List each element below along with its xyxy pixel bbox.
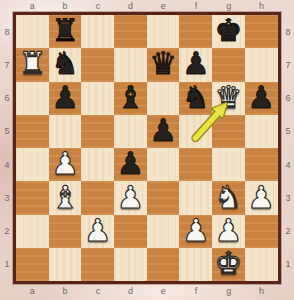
file-label-b-top: b [49,1,82,12]
square-b5[interactable] [49,115,82,148]
file-label-c-top: c [82,1,115,12]
piece-black-knight[interactable]: ♞ [182,82,210,113]
file-label-e-bottom: e [147,286,180,297]
square-e2[interactable] [147,215,180,248]
square-g5[interactable] [212,115,245,148]
rank-label-2-left: 2 [1,215,13,248]
square-a5[interactable] [16,115,49,148]
rank-label-2-right: 2 [282,215,294,248]
square-d3[interactable]: ♟ [114,181,147,214]
square-g8[interactable]: ♚ [212,15,245,48]
square-a6[interactable] [16,82,49,115]
square-h5[interactable] [245,115,278,148]
square-g7[interactable] [212,48,245,81]
square-a7[interactable]: ♜ [16,48,49,81]
square-f1[interactable] [179,248,212,281]
square-d5[interactable] [114,115,147,148]
piece-white-bishop[interactable]: ♝ [51,182,79,213]
piece-black-knight[interactable]: ♞ [51,48,79,79]
rank-label-1-right: 1 [282,248,294,281]
rank-label-4-left: 4 [1,148,13,181]
square-a3[interactable] [16,181,49,214]
piece-white-pawn[interactable]: ♟ [247,182,275,213]
square-h2[interactable] [245,215,278,248]
piece-black-queen[interactable]: ♛ [149,48,177,79]
square-h4[interactable] [245,148,278,181]
square-b1[interactable] [49,248,82,281]
piece-white-king[interactable]: ♚ [215,248,243,279]
rank-label-5-right: 5 [282,115,294,148]
square-a1[interactable] [16,248,49,281]
square-d1[interactable] [114,248,147,281]
piece-black-pawn[interactable]: ♟ [51,82,79,113]
square-d2[interactable] [114,215,147,248]
piece-white-pawn[interactable]: ♟ [215,215,243,246]
square-d8[interactable] [114,15,147,48]
rank-label-7-left: 7 [1,48,13,81]
file-label-a-top: a [16,1,49,12]
square-c5[interactable] [81,115,114,148]
square-b4[interactable]: ♟ [49,148,82,181]
square-e8[interactable] [147,15,180,48]
square-g6[interactable]: ♛ [212,82,245,115]
square-c6[interactable] [81,82,114,115]
rank-label-8-right: 8 [282,15,294,48]
square-h8[interactable] [245,15,278,48]
square-f3[interactable] [179,181,212,214]
square-e5[interactable]: ♟ [147,115,180,148]
square-b7[interactable]: ♞ [49,48,82,81]
piece-white-pawn[interactable]: ♟ [117,182,145,213]
square-g4[interactable] [212,148,245,181]
square-h3[interactable]: ♟ [245,181,278,214]
rank-label-8-left: 8 [1,15,13,48]
square-g1[interactable]: ♚ [212,248,245,281]
board-grid: ♜♚♜♞♛♟♟♝♞♛♟♟♟♟♝♟♞♟♟♟♟♚ [16,15,278,281]
piece-white-knight[interactable]: ♞ [215,182,243,213]
square-h1[interactable] [245,248,278,281]
square-f7[interactable]: ♟ [179,48,212,81]
piece-black-pawn[interactable]: ♟ [247,82,275,113]
file-label-g-bottom: g [213,286,246,297]
square-b3[interactable]: ♝ [49,181,82,214]
square-d4[interactable]: ♟ [114,148,147,181]
file-label-c-bottom: c [82,286,115,297]
square-e3[interactable] [147,181,180,214]
square-c8[interactable] [81,15,114,48]
rank-labels-left: 87654321 [1,15,13,281]
file-label-b-bottom: b [49,286,82,297]
file-label-f-bottom: f [180,286,213,297]
square-a2[interactable] [16,215,49,248]
file-labels-top: abcdefgh [16,1,278,12]
square-f8[interactable] [179,15,212,48]
square-c4[interactable] [81,148,114,181]
piece-black-pawn[interactable]: ♟ [149,115,177,146]
piece-white-rook[interactable]: ♜ [18,48,46,79]
piece-white-pawn[interactable]: ♟ [84,215,112,246]
square-d6[interactable]: ♝ [114,82,147,115]
square-e7[interactable]: ♛ [147,48,180,81]
square-e4[interactable] [147,148,180,181]
square-c3[interactable] [81,181,114,214]
piece-black-pawn[interactable]: ♟ [117,148,145,179]
rank-label-3-right: 3 [282,181,294,214]
square-f5[interactable] [179,115,212,148]
square-c7[interactable] [81,48,114,81]
piece-white-pawn[interactable]: ♟ [51,148,79,179]
rank-label-7-right: 7 [282,48,294,81]
square-h6[interactable]: ♟ [245,82,278,115]
rank-label-5-left: 5 [1,115,13,148]
square-g2[interactable]: ♟ [212,215,245,248]
file-label-a-bottom: a [16,286,49,297]
square-f2[interactable]: ♟ [179,215,212,248]
file-label-h-bottom: h [245,286,278,297]
square-a8[interactable] [16,15,49,48]
rank-label-4-right: 4 [282,148,294,181]
file-label-d-bottom: d [114,286,147,297]
rank-label-1-left: 1 [1,248,13,281]
square-e1[interactable] [147,248,180,281]
square-g3[interactable]: ♞ [212,181,245,214]
square-c2[interactable]: ♟ [81,215,114,248]
file-label-f-top: f [180,1,213,12]
rank-label-6-right: 6 [282,82,294,115]
file-label-g-top: g [213,1,246,12]
piece-black-rook[interactable]: ♜ [51,15,79,46]
file-labels-bottom: abcdefgh [16,286,278,297]
chess-board-panel: abcdefgh 87654321 ♜♚♜♞♛♟♟♝♞♛♟♟♟♟♝♟♞♟♟♟♟♚… [0,0,294,300]
piece-white-queen[interactable]: ♛ [215,82,243,113]
square-a4[interactable] [16,148,49,181]
piece-black-bishop[interactable]: ♝ [117,82,145,113]
file-label-e-top: e [147,1,180,12]
square-b2[interactable] [49,215,82,248]
square-h7[interactable] [245,48,278,81]
square-b8[interactable]: ♜ [49,15,82,48]
square-f6[interactable]: ♞ [179,82,212,115]
piece-black-king[interactable]: ♚ [215,15,243,46]
rank-label-6-left: 6 [1,82,13,115]
rank-label-3-left: 3 [1,181,13,214]
square-d7[interactable] [114,48,147,81]
file-label-d-top: d [114,1,147,12]
square-c1[interactable] [81,248,114,281]
square-e6[interactable] [147,82,180,115]
file-label-h-top: h [245,1,278,12]
square-b6[interactable]: ♟ [49,82,82,115]
rank-labels-right: 87654321 [282,15,294,281]
piece-black-pawn[interactable]: ♟ [182,48,210,79]
chess-board: ♜♚♜♞♛♟♟♝♞♛♟♟♟♟♝♟♞♟♟♟♟♚ [13,12,281,284]
square-f4[interactable] [179,148,212,181]
piece-white-pawn[interactable]: ♟ [182,215,210,246]
